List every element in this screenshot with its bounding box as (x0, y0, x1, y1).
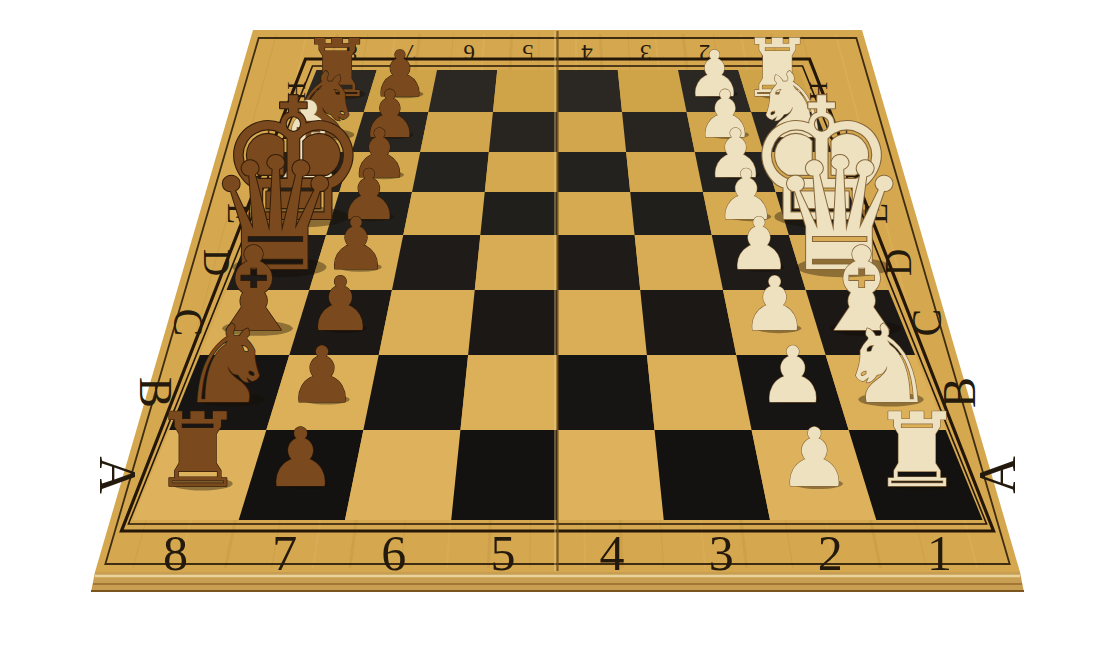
square-c6 (379, 290, 475, 355)
square-d6 (392, 235, 480, 290)
near-label-6: 6 (381, 525, 406, 581)
square-h4 (558, 70, 623, 112)
square-d4 (558, 235, 641, 290)
square-a4 (558, 430, 664, 520)
square-f4 (558, 152, 631, 192)
far-label-4: 4 (581, 40, 593, 65)
square-b4 (558, 355, 655, 430)
square-e5 (480, 192, 557, 235)
square-e6 (403, 192, 485, 235)
near-label-7: 7 (272, 525, 297, 581)
square-b6 (363, 355, 468, 430)
far-label-6: 6 (464, 40, 476, 65)
square-h6 (428, 70, 497, 112)
far-label-3: 3 (640, 40, 652, 65)
piece-a7: ♟ (264, 411, 337, 505)
near-label-4: 4 (600, 525, 625, 581)
square-g3 (622, 112, 695, 152)
square-f3 (626, 152, 703, 192)
square-c4 (558, 290, 647, 355)
piece-b2: ♟ (758, 330, 828, 420)
square-b3 (647, 355, 752, 430)
chessboard-photo: 8765432187654321AABBCCDDEEFFGGHH♜♟♟♜♞♟♟♞… (0, 0, 1119, 661)
right-label-A: A (969, 456, 1026, 494)
square-c3 (640, 290, 736, 355)
piece-a2: ♟ (778, 411, 851, 505)
square-b5 (460, 355, 557, 430)
square-g6 (420, 112, 493, 152)
near-label-5: 5 (490, 525, 515, 581)
square-c5 (468, 290, 557, 355)
square-h3 (618, 70, 687, 112)
near-label-1: 1 (927, 525, 952, 581)
near-label-3: 3 (709, 525, 734, 581)
square-f6 (412, 152, 489, 192)
square-e4 (558, 192, 635, 235)
square-a5 (451, 430, 557, 520)
far-label-5: 5 (522, 40, 534, 65)
square-d5 (475, 235, 558, 290)
square-h5 (493, 70, 558, 112)
square-a6 (345, 430, 460, 520)
square-f5 (485, 152, 558, 192)
square-g5 (489, 112, 558, 152)
near-label-2: 2 (818, 525, 843, 581)
left-label-A: A (89, 456, 146, 494)
piece-a1: ♜ (871, 391, 963, 510)
piece-a8: ♜ (152, 391, 244, 510)
square-e3 (630, 192, 712, 235)
square-a3 (655, 430, 770, 520)
square-d3 (635, 235, 723, 290)
product-photo-canvas: 8765432187654321AABBCCDDEEFFGGHH♜♟♟♜♞♟♟♞… (0, 0, 1119, 661)
near-label-8: 8 (163, 525, 188, 581)
square-g4 (558, 112, 627, 152)
piece-b7: ♟ (287, 330, 357, 420)
